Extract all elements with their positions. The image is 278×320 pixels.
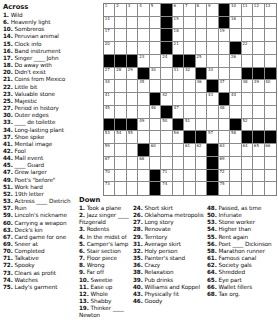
cell-r3c3[interactable] (127, 29, 138, 42)
cell-r6c7[interactable]: 31 (173, 68, 184, 81)
cell-r9c2[interactable] (115, 106, 126, 119)
cell-number: 73 (105, 182, 110, 186)
cell-number: 6 (174, 4, 177, 8)
cell-number: 50 (162, 119, 167, 123)
cell-r5c5[interactable] (150, 55, 161, 68)
cell-r2c13[interactable] (242, 17, 253, 30)
cell-number: 74 (162, 182, 167, 186)
cell-r1c13[interactable]: 11 (242, 4, 253, 17)
cell-r3c4[interactable] (138, 29, 149, 42)
cell-r9c12[interactable] (230, 106, 241, 119)
clue-across-21: 21. Coins from Mexico (3, 76, 102, 83)
clue-down-28: 28. Renovate (133, 226, 206, 233)
cell-r4c9[interactable] (196, 42, 207, 55)
block-r4c12 (230, 42, 241, 55)
cell-r9c10[interactable] (207, 106, 218, 119)
block-r3c6 (161, 29, 172, 42)
cell-r10c14[interactable] (253, 119, 264, 132)
cell-number: 23 (139, 55, 144, 59)
cell-r7c11[interactable]: 37 (219, 80, 230, 93)
cell-r2c12[interactable]: 16 (230, 17, 241, 30)
cell-r12c14[interactable]: 65 (253, 144, 264, 157)
clue-down-64: 64. Shredded (207, 269, 278, 276)
cell-r9c3[interactable] (127, 106, 138, 119)
cell-number: 18 (174, 29, 179, 33)
cell-r4c2[interactable] (115, 42, 126, 55)
cell-r9c5[interactable]: 46 (150, 106, 161, 119)
cell-r11c6[interactable] (161, 131, 172, 144)
cell-r7c9[interactable]: 36 (196, 80, 207, 93)
cell-r9c7[interactable]: 47 (173, 106, 184, 119)
cell-number: 71 (162, 170, 167, 174)
cell-r1c14[interactable]: 12 (253, 4, 264, 17)
cell-r1c9[interactable]: 8 (196, 4, 207, 17)
cell-r2c10[interactable] (207, 17, 218, 30)
clue-across-47: 47. Grew larger (3, 169, 102, 176)
cell-r12c9[interactable]: 62 (196, 144, 207, 157)
cell-r8c14[interactable] (253, 93, 264, 106)
cell-number: 39 (254, 80, 259, 84)
cell-r6c6[interactable] (161, 68, 172, 81)
cell-number: 69 (219, 157, 224, 161)
clue-down-53: 53. Stone worker (207, 219, 278, 226)
cell-number: 63 (219, 144, 224, 148)
cell-r12c15[interactable]: 66 (265, 144, 276, 157)
cell-r6c5[interactable]: 30 (150, 68, 161, 81)
cell-r14c2[interactable] (115, 170, 126, 183)
clue-across-17: 17. Singer ____ John (3, 55, 102, 62)
cell-r15c8[interactable] (184, 182, 195, 195)
clue-across-22: 22. Little bit (3, 84, 102, 91)
cell-r15c11[interactable]: 75 (219, 182, 230, 195)
cell-r1c3[interactable]: 3 (127, 4, 138, 17)
cell-r9c4[interactable] (138, 106, 149, 119)
cell-number: 65 (254, 144, 259, 148)
cell-r2c2[interactable] (115, 17, 126, 30)
cell-r4c1[interactable]: 20 (104, 42, 115, 55)
cell-r10c11[interactable] (219, 119, 230, 132)
cell-number: 25 (197, 55, 202, 59)
cell-number: 13 (265, 4, 270, 8)
cell-r4c8[interactable] (184, 42, 195, 55)
cell-r8c12[interactable]: 44 (230, 93, 241, 106)
cell-r1c1[interactable]: 1 (104, 4, 115, 17)
cell-r4c5[interactable] (150, 42, 161, 55)
cell-number: 52 (242, 119, 247, 123)
cell-r12c6[interactable] (161, 144, 172, 157)
cell-number: 29 (128, 68, 133, 72)
clue-across-37: 37. Shoe spike (3, 134, 102, 141)
cell-r15c12[interactable] (230, 182, 241, 195)
cell-r15c9[interactable] (196, 182, 207, 195)
down-clue-column-1: 1. Took a plane2. Jazz singer ____ Fitzg… (79, 205, 132, 320)
cell-r2c14[interactable] (253, 17, 264, 30)
cell-number: 24 (162, 55, 167, 59)
cell-number: 16 (231, 17, 236, 21)
clue-down-35: 35. Painter's stand (133, 255, 206, 262)
cell-r13c15[interactable] (265, 157, 276, 170)
block-r4c6 (161, 42, 172, 55)
clue-down-43: 43. Physically fit (133, 291, 206, 298)
cell-r15c1[interactable]: 73 (104, 182, 115, 195)
cell-r15c6[interactable]: 74 (161, 182, 172, 195)
clue-down-68: 68. Tax org. (207, 291, 278, 298)
cell-r3c11[interactable]: 19 (219, 29, 230, 42)
cell-r10c4[interactable]: 49 (138, 119, 149, 132)
cell-r13c2[interactable] (115, 157, 126, 170)
clue-down-31: 31. Average skirt (133, 241, 206, 248)
clue-across-33: 33. ____ de toilette (3, 119, 102, 126)
cell-r13c6[interactable] (161, 157, 172, 170)
clue-down-38: 38. Relaxation (133, 269, 206, 276)
block-r13c10 (207, 157, 218, 170)
cell-r15c7[interactable] (173, 182, 184, 195)
cell-number: 34 (105, 80, 110, 84)
cell-number: 5 (151, 4, 154, 8)
cell-number: 20 (105, 42, 110, 46)
cell-r1c7[interactable]: 6 (173, 4, 184, 17)
cell-r1c10[interactable]: 9 (207, 4, 218, 17)
cell-r3c15[interactable] (265, 29, 276, 42)
block-r1c6 (161, 4, 172, 17)
cell-r2c8[interactable] (184, 17, 195, 30)
cell-r11c10[interactable]: 57 (207, 131, 218, 144)
cell-number: 26 (231, 55, 236, 59)
cell-r4c15[interactable] (265, 42, 276, 55)
cell-r4c11[interactable] (219, 42, 230, 55)
cell-r8c8[interactable] (184, 93, 195, 106)
cell-number: 48 (219, 106, 224, 110)
cell-r8c2[interactable] (115, 93, 126, 106)
cell-r2c3[interactable] (127, 17, 138, 30)
cell-number: 75 (219, 182, 224, 186)
cell-r2c4[interactable] (138, 17, 149, 30)
cell-r1c5[interactable]: 5 (150, 4, 161, 17)
cell-r4c7[interactable]: 21 (173, 42, 184, 55)
cell-r5c15[interactable] (265, 55, 276, 68)
clue-down-10: 10. Sweetie (79, 277, 132, 284)
clue-down-39: 39. Pub drinks (133, 277, 206, 284)
cell-r5c11[interactable] (219, 55, 230, 68)
cell-r3c10[interactable] (207, 29, 218, 42)
cell-r6c12[interactable] (230, 68, 241, 81)
cell-r7c13[interactable]: 38 (242, 80, 253, 93)
cell-r5c13[interactable] (242, 55, 253, 68)
cell-r7c8[interactable] (184, 80, 195, 93)
cell-number: 60 (151, 144, 156, 148)
cell-r7c2[interactable] (115, 80, 126, 93)
clue-down-9: 9. Far off (79, 269, 132, 276)
cell-number: 22 (242, 42, 247, 46)
cell-r13c11[interactable]: 69 (219, 157, 230, 170)
cell-number: 33 (208, 68, 213, 72)
cell-r14c12[interactable] (230, 170, 241, 183)
cell-r15c4[interactable] (138, 182, 149, 195)
cell-number: 1 (105, 4, 108, 8)
clue-down-12: 12. Whole (79, 291, 132, 298)
clue-down-13: 13. Shabby (79, 298, 132, 305)
cell-r9c8[interactable] (184, 106, 195, 119)
cell-r14c4[interactable] (138, 170, 149, 183)
cell-r4c4[interactable] (138, 42, 149, 55)
cell-r13c14[interactable] (253, 157, 264, 170)
cell-r7c7[interactable] (173, 80, 184, 93)
cell-r8c9[interactable] (196, 93, 207, 106)
crossword-grid: 1234567891011121314151617181920212223242… (103, 3, 277, 196)
cell-r9c15[interactable] (265, 106, 276, 119)
clue-down-1: 1. Took a plane (79, 205, 132, 212)
cell-number: 67 (105, 157, 110, 161)
cell-number: 2 (116, 4, 119, 8)
cell-number: 51 (185, 119, 190, 123)
cell-number: 41 (105, 93, 110, 97)
cell-r2c15[interactable] (265, 17, 276, 30)
cell-r9c11[interactable]: 48 (219, 106, 230, 119)
cell-r13c3[interactable] (127, 157, 138, 170)
cell-r15c13[interactable] (242, 182, 253, 195)
cell-r3c5[interactable] (150, 29, 161, 42)
clue-across-30: 30. Outer edges (3, 112, 102, 119)
cell-r1c4[interactable]: 4 (138, 4, 149, 17)
cell-r12c11[interactable]: 63 (219, 144, 230, 157)
cell-r12c1[interactable]: 59 (104, 144, 115, 157)
block-r5c2 (115, 55, 126, 68)
cell-r13c9[interactable] (196, 157, 207, 170)
cell-number: 27 (105, 68, 110, 72)
cell-number: 62 (197, 144, 202, 148)
cell-r1c15[interactable]: 13 (265, 4, 276, 17)
cell-r1c2[interactable]: 2 (115, 4, 126, 17)
clue-down-54: 54. Higher than (207, 226, 278, 233)
cell-r3c14[interactable] (253, 29, 264, 42)
cell-number: 57 (208, 131, 213, 135)
clue-across-49: 49. Poet's "before" (3, 177, 102, 184)
clue-down-24: 24. Short skirt (133, 205, 206, 212)
cell-number: 56 (174, 131, 179, 135)
cell-r5c9[interactable]: 25 (196, 55, 207, 68)
cell-r13c12[interactable] (230, 157, 241, 170)
cell-number: 36 (197, 80, 202, 84)
clue-down-29: 29. Territory (133, 234, 206, 241)
cell-r9c9[interactable] (196, 106, 207, 119)
cell-r14c3[interactable] (127, 170, 138, 183)
cell-r13c5[interactable] (150, 157, 161, 170)
cell-r13c4[interactable]: 68 (138, 157, 149, 170)
cell-number: 4 (139, 4, 142, 8)
cell-r2c5[interactable] (150, 17, 161, 30)
cell-r15c3[interactable] (127, 182, 138, 195)
clue-across-44: 44. Mall event (3, 155, 102, 162)
cell-r3c9[interactable] (196, 29, 207, 42)
cell-r14c14[interactable] (253, 170, 264, 183)
cell-r8c13[interactable] (242, 93, 253, 106)
cell-r4c10[interactable] (207, 42, 218, 55)
cell-r9c13[interactable] (242, 106, 253, 119)
clue-across-45: 45. ____ Guard (3, 162, 102, 169)
clue-down-66: 66. Wallet fillers (207, 284, 278, 291)
cell-number: 37 (219, 80, 224, 84)
cell-r12c7[interactable] (173, 144, 184, 157)
clue-across-16: 16. Band instrument (3, 48, 102, 55)
cell-r8c10[interactable]: 43 (207, 93, 218, 106)
cell-number: 38 (242, 80, 247, 84)
cell-r5c6[interactable]: 24 (161, 55, 172, 68)
cell-r12c2[interactable] (115, 144, 126, 157)
cell-number: 68 (139, 157, 144, 161)
cell-number: 70 (105, 170, 110, 174)
clue-down-11: 11. Ease up (79, 284, 132, 291)
clue-down-8: 8. Wrong (79, 262, 132, 269)
clue-down-46: 46. Goody (133, 298, 206, 305)
clue-down-50: 50. Infuriate (207, 212, 278, 219)
cell-r3c2[interactable] (115, 29, 126, 42)
block-r9c6 (161, 106, 172, 119)
cell-r10c9[interactable] (196, 119, 207, 132)
cell-r12c13[interactable]: 64 (242, 144, 253, 157)
clue-across-42: 42. Fool (3, 148, 102, 155)
cell-number: 14 (105, 17, 110, 21)
cell-r14c8[interactable] (184, 170, 195, 183)
cell-number: 28 (116, 68, 121, 72)
cell-r4c14[interactable] (253, 42, 264, 55)
cell-r11c2[interactable]: 54 (115, 131, 126, 144)
cell-r14c13[interactable] (242, 170, 253, 183)
cell-r1c8[interactable]: 7 (184, 4, 195, 17)
cell-r15c15[interactable] (265, 182, 276, 195)
across-header: Across (3, 3, 102, 11)
cell-number: 8 (197, 4, 200, 8)
down-header: Down (79, 196, 278, 204)
block-r5c7 (173, 55, 184, 68)
cell-r5c12[interactable]: 26 (230, 55, 241, 68)
clue-across-15: 15. Clock info (3, 41, 102, 48)
cell-r8c6[interactable]: 42 (161, 93, 172, 106)
cell-r2c9[interactable] (196, 17, 207, 30)
cell-r12c8[interactable]: 61 (184, 144, 195, 157)
cell-r5c10[interactable] (207, 55, 218, 68)
cell-number: 19 (219, 29, 224, 33)
cell-number: 47 (174, 106, 179, 110)
cell-number: 21 (174, 42, 179, 46)
cell-r7c14[interactable]: 39 (253, 80, 264, 93)
cell-r6c10[interactable]: 33 (207, 68, 218, 81)
block-r15c10 (207, 182, 218, 195)
cell-r12c3[interactable] (127, 144, 138, 157)
clue-down-3: 3. Rodents (79, 226, 132, 233)
clue-across-41: 41. Mental image (3, 141, 102, 148)
cell-r8c7[interactable] (173, 93, 184, 106)
cell-r10c15[interactable] (265, 119, 276, 132)
clue-across-25: 25. Majestic (3, 98, 102, 105)
cell-r12c12[interactable] (230, 144, 241, 157)
cell-r15c14[interactable] (253, 182, 264, 195)
cell-number: 45 (105, 106, 110, 110)
block-r8c11 (219, 93, 230, 106)
cell-r15c2[interactable] (115, 182, 126, 195)
cell-number: 35 (139, 80, 144, 84)
cell-number: 66 (265, 144, 270, 148)
cell-r10c13[interactable]: 52 (242, 119, 253, 132)
cell-r14c9[interactable] (196, 170, 207, 183)
cell-r11c3[interactable]: 55 (127, 131, 138, 144)
clue-down-55: 55. Rent again (207, 234, 278, 241)
clue-down-26: 26. Oklahoma metropolis (133, 212, 206, 219)
cell-number: 58 (231, 131, 236, 135)
cell-r7c15[interactable]: 40 (265, 80, 276, 93)
cell-r4c3[interactable] (127, 42, 138, 55)
cell-r8c3[interactable] (127, 93, 138, 106)
cell-r13c7[interactable] (173, 157, 184, 170)
block-r5c1 (104, 55, 115, 68)
clue-down-62: 62. Society gals (207, 262, 278, 269)
cell-r6c2[interactable]: 28 (115, 68, 126, 81)
clue-across-1: 1. Wild (3, 12, 102, 19)
cell-r8c1[interactable]: 41 (104, 93, 115, 106)
clue-across-20: 20. Didn't exist (3, 69, 102, 76)
cell-r13c8[interactable] (184, 157, 195, 170)
cell-r5c4[interactable]: 23 (138, 55, 149, 68)
cell-number: 30 (151, 68, 156, 72)
cell-number: 49 (139, 119, 144, 123)
cell-r9c14[interactable] (253, 106, 264, 119)
cell-r9c1[interactable]: 45 (104, 106, 115, 119)
cell-number: 7 (185, 4, 188, 8)
block-r5c8 (184, 55, 195, 68)
cell-r6c8[interactable]: 32 (184, 68, 195, 81)
cell-r13c1[interactable]: 67 (104, 157, 115, 170)
cell-r5c14[interactable] (253, 55, 264, 68)
cell-number: 44 (231, 93, 236, 97)
cell-r10c5[interactable] (150, 119, 161, 132)
block-r15c5 (150, 182, 161, 195)
block-r5c3 (127, 55, 138, 68)
clue-across-34: 34. Long-lasting plant (3, 127, 102, 134)
cell-r7c4[interactable]: 35 (138, 80, 149, 93)
cell-number: 3 (128, 4, 131, 8)
cell-r11c12[interactable]: 58 (230, 131, 241, 144)
cell-r14c15[interactable] (265, 170, 276, 183)
cell-r10c6[interactable]: 50 (161, 119, 172, 132)
block-r14c10 (207, 170, 218, 183)
cell-number: 53 (105, 131, 110, 135)
cell-number: 10 (231, 4, 236, 8)
cell-r13c13[interactable] (242, 157, 253, 170)
cell-r11c7[interactable]: 56 (173, 131, 184, 144)
cell-r14c7[interactable] (173, 170, 184, 183)
cell-r3c8[interactable] (184, 29, 195, 42)
cell-number: 32 (185, 68, 190, 72)
down-clue-column-2: 24. Short skirt26. Oklahoma metropolis27… (133, 205, 206, 305)
cell-number: 12 (254, 4, 259, 8)
cell-r12c5[interactable]: 60 (150, 144, 161, 157)
cell-r7c3[interactable] (127, 80, 138, 93)
cell-r8c15[interactable] (265, 93, 276, 106)
clue-down-61: 61. Famous canal (207, 255, 278, 262)
block-r2c6 (161, 17, 172, 30)
cell-r11c4[interactable] (138, 131, 149, 144)
cell-r6c3[interactable]: 29 (127, 68, 138, 81)
cell-number: 54 (116, 131, 121, 135)
cell-r4c13[interactable]: 22 (242, 42, 253, 55)
clue-down-27: 27. Long story (133, 219, 206, 226)
cell-r3c12[interactable] (230, 29, 241, 42)
cell-number: 55 (128, 131, 133, 135)
cell-r8c4[interactable] (138, 93, 149, 106)
cell-r10c8[interactable]: 51 (184, 119, 195, 132)
cell-r1c12[interactable]: 10 (230, 4, 241, 17)
clue-across-27: 27. Period in history (3, 105, 102, 112)
cell-r7c5[interactable] (150, 80, 161, 93)
